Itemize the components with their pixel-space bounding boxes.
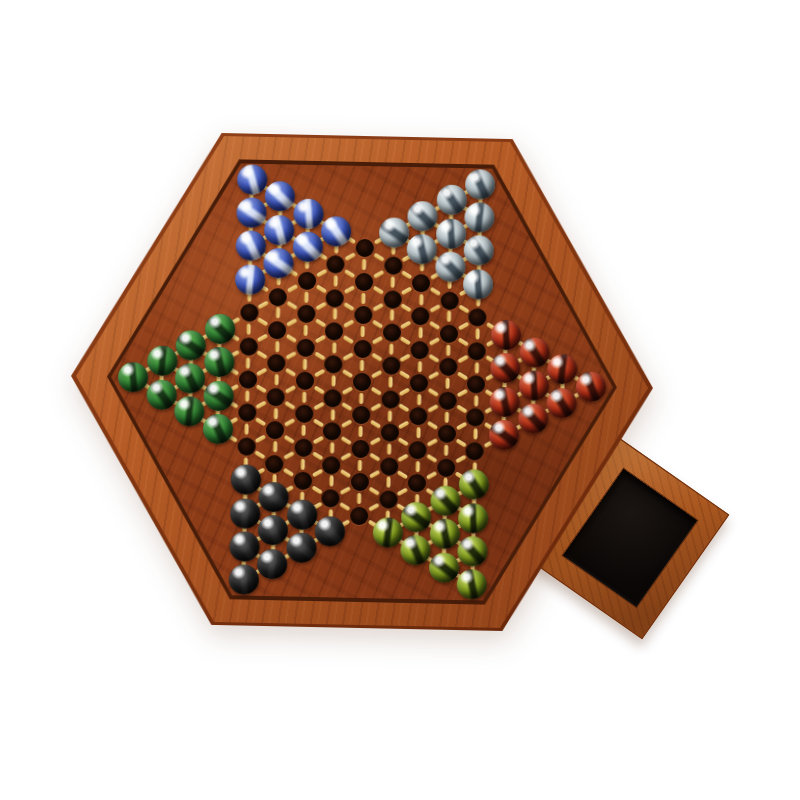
board-hole[interactable] (411, 341, 429, 359)
grid-connector (370, 403, 381, 412)
grid-connector (313, 418, 324, 427)
marble-green[interactable] (203, 414, 234, 445)
grid-connector (369, 453, 380, 462)
marble-green[interactable] (176, 330, 207, 361)
marble-black[interactable] (229, 531, 260, 562)
marble-black[interactable] (228, 565, 259, 596)
grid-connector (332, 342, 336, 353)
marble-yellow-green[interactable] (458, 503, 489, 534)
grid-connector (313, 402, 324, 411)
grid-connector (285, 368, 296, 377)
board-hole[interactable] (383, 290, 401, 308)
grid-connector (305, 292, 309, 303)
board-hole[interactable] (268, 321, 286, 339)
grid-connector (401, 303, 412, 312)
grid-connector (401, 287, 412, 296)
board-hole[interactable] (380, 457, 398, 475)
grid-connector (343, 336, 354, 345)
board-hole[interactable] (267, 354, 285, 372)
grid-connector (473, 429, 477, 440)
grid-connector (401, 270, 412, 279)
star-grid (66, 130, 658, 634)
marble-green[interactable] (203, 380, 234, 411)
board-hole[interactable] (350, 506, 368, 524)
board-hole[interactable] (269, 288, 287, 306)
grid-connector (419, 294, 423, 305)
grid-connector (342, 369, 353, 378)
board-hole[interactable] (410, 374, 428, 392)
board-hole[interactable] (382, 357, 400, 375)
grid-connector (343, 319, 354, 328)
marble-red[interactable] (489, 386, 520, 417)
grid-connector (398, 420, 409, 429)
grid-connector (362, 293, 366, 304)
grid-connector (330, 442, 334, 453)
board-hole[interactable] (468, 342, 486, 360)
grid-connector (416, 461, 420, 472)
marble-grey[interactable] (407, 234, 438, 265)
board-hole[interactable] (324, 389, 342, 407)
marble-black[interactable] (230, 498, 261, 529)
grid-connector (311, 485, 322, 494)
board-hole[interactable] (437, 458, 455, 476)
grid-connector (475, 329, 479, 340)
board-hole[interactable] (296, 372, 314, 390)
grid-connector (399, 404, 410, 413)
board-hole[interactable] (296, 338, 314, 356)
board-hole[interactable] (295, 405, 313, 423)
marble-yellow-green[interactable] (400, 535, 431, 566)
marble-blue[interactable] (234, 264, 265, 295)
grid-connector (458, 321, 469, 330)
grid-connector (360, 360, 364, 371)
marble-green[interactable] (146, 379, 177, 410)
grid-connector (474, 395, 478, 406)
grid-connector (387, 477, 391, 488)
grid-connector (373, 269, 384, 278)
marble-yellow-green[interactable] (429, 519, 460, 550)
grid-connector (369, 470, 380, 479)
grid-connector (417, 394, 421, 405)
grid-connector (429, 304, 440, 313)
grid-connector (333, 309, 337, 320)
grid-connector (427, 438, 438, 447)
grid-connector (345, 252, 356, 261)
marble-yellow-green[interactable] (458, 536, 489, 567)
marble-grey[interactable] (435, 252, 466, 283)
grid-connector (245, 424, 249, 435)
board-hole[interactable] (354, 306, 372, 324)
grid-connector (341, 402, 352, 411)
grid-connector (359, 426, 363, 437)
board-hole[interactable] (408, 474, 426, 492)
product-photo-scene (0, 0, 800, 800)
board-hole[interactable] (409, 407, 427, 425)
grid-connector (302, 425, 306, 436)
board-hole[interactable] (380, 423, 398, 441)
grid-connector (315, 318, 326, 327)
board-hole[interactable] (240, 304, 258, 322)
marble-black[interactable] (258, 482, 289, 513)
board-hole[interactable] (411, 307, 429, 325)
marble-blue[interactable] (237, 164, 268, 195)
grid-connector (430, 287, 441, 296)
grid-connector (429, 321, 440, 330)
board-hole[interactable] (294, 438, 312, 456)
grid-connector (256, 367, 267, 376)
board-hole[interactable] (382, 323, 400, 341)
grid-connector (341, 419, 352, 428)
marble-green[interactable] (147, 346, 178, 377)
marble-black[interactable] (286, 532, 317, 563)
grid-connector (283, 451, 294, 460)
board-hole[interactable] (238, 370, 256, 388)
grid-connector (340, 469, 351, 478)
grid-connector (370, 420, 381, 429)
grid-connector (416, 428, 420, 439)
marble-red[interactable] (575, 371, 606, 402)
grid-connector (316, 268, 327, 277)
grid-connector (389, 377, 393, 388)
marble-blue[interactable] (236, 197, 267, 228)
marble-black[interactable] (287, 499, 318, 530)
marble-yellow-green[interactable] (401, 501, 432, 532)
grid-connector (275, 341, 279, 352)
marble-blue[interactable] (292, 232, 323, 263)
marble-blue[interactable] (293, 199, 324, 230)
marble-grey[interactable] (407, 201, 438, 232)
grid-connector (400, 337, 411, 346)
board-hole[interactable] (237, 437, 255, 455)
marble-red[interactable] (490, 353, 521, 384)
board-hole[interactable] (466, 409, 484, 427)
marble-green[interactable] (175, 363, 206, 394)
grid-connector (314, 368, 325, 377)
grid-connector (329, 476, 333, 487)
grid-connector (313, 385, 324, 394)
grid-connector (342, 386, 353, 395)
board-hole[interactable] (265, 454, 283, 472)
board-hole[interactable] (438, 391, 456, 409)
grid-connector (344, 286, 355, 295)
board-hole[interactable] (351, 473, 369, 491)
board-hole[interactable] (439, 358, 457, 376)
grid-connector (286, 318, 297, 327)
grid-connector (274, 374, 278, 385)
grid-connector (303, 392, 307, 403)
grid-connector (304, 325, 308, 336)
board-hole[interactable] (325, 322, 343, 340)
grid-connector (342, 352, 353, 361)
board-hole[interactable] (467, 375, 485, 393)
board-hole[interactable] (238, 404, 256, 422)
board-hole[interactable] (438, 425, 456, 443)
marble-red[interactable] (547, 354, 578, 385)
grid-connector (312, 435, 323, 444)
grid-connector (455, 438, 466, 447)
board-hole[interactable] (298, 271, 316, 289)
grid-connector (283, 468, 294, 477)
marble-blue[interactable] (263, 248, 294, 279)
grid-connector (455, 422, 466, 431)
grid-connector (373, 253, 384, 262)
grid-connector (331, 409, 335, 420)
grid-connector (398, 454, 409, 463)
board-hole[interactable] (440, 291, 458, 309)
grid-connector (368, 503, 379, 512)
board-hole[interactable] (352, 406, 370, 424)
marble-green[interactable] (118, 362, 149, 393)
grid-connector (331, 376, 335, 387)
grid-connector (426, 471, 437, 480)
grid-connector (315, 302, 326, 311)
grid-connector (400, 320, 411, 329)
marble-blue[interactable] (264, 215, 295, 246)
grid-connector (286, 334, 297, 343)
grid-connector (256, 384, 267, 393)
grid-connector (371, 336, 382, 345)
grid-connector (457, 355, 468, 364)
grid-connector (369, 436, 380, 445)
marble-blue[interactable] (265, 181, 296, 212)
grid-connector (284, 418, 295, 427)
grid-connector (418, 327, 422, 338)
chinese-checkers-board (66, 130, 658, 634)
grid-connector (426, 454, 437, 463)
board-hole[interactable] (294, 472, 312, 490)
board-hole[interactable] (381, 390, 399, 408)
grid-connector (399, 387, 410, 396)
grid-connector (341, 436, 352, 445)
grid-connector (340, 486, 351, 495)
board-hole[interactable] (326, 289, 344, 307)
grid-connector (255, 451, 266, 460)
grid-connector (246, 357, 250, 368)
grid-connector (247, 324, 251, 335)
grid-connector (314, 352, 325, 361)
grid-connector (287, 284, 298, 293)
grid-connector (284, 401, 295, 410)
grid-connector (458, 305, 469, 314)
grid-connector (273, 441, 277, 452)
grid-connector (399, 370, 410, 379)
grid-connector (447, 311, 451, 322)
marble-black[interactable] (257, 549, 288, 580)
grid-connector (314, 335, 325, 344)
marble-yellow-green[interactable] (430, 485, 461, 516)
grid-connector (258, 300, 269, 309)
board-hole[interactable] (267, 388, 285, 406)
board-hole[interactable] (322, 456, 340, 474)
marble-red[interactable] (489, 420, 520, 451)
grid-connector (257, 317, 268, 326)
grid-connector (447, 345, 451, 356)
grid-connector (344, 269, 355, 278)
board-hole[interactable] (409, 441, 427, 459)
marble-yellow-green[interactable] (457, 569, 488, 600)
marble-grey[interactable] (436, 218, 467, 249)
grid-connector (301, 459, 305, 470)
board-hole[interactable] (323, 422, 341, 440)
grid-connector (255, 434, 266, 443)
marble-green[interactable] (174, 396, 205, 427)
marble-grey[interactable] (378, 217, 409, 248)
board-hole[interactable] (266, 421, 284, 439)
board-hole[interactable] (297, 305, 315, 323)
grid-connector (340, 453, 351, 462)
marble-red[interactable] (518, 404, 549, 435)
grid-connector (285, 385, 296, 394)
marble-grey[interactable] (465, 202, 496, 233)
grid-connector (358, 493, 362, 504)
board-hole[interactable] (355, 273, 373, 291)
grid-connector (446, 378, 450, 389)
grid-connector (363, 259, 367, 270)
grid-connector (475, 362, 479, 373)
grid-connector (274, 408, 278, 419)
grid-connector (390, 310, 394, 321)
grid-connector (429, 337, 440, 346)
marble-blue[interactable] (235, 231, 266, 262)
marble-green[interactable] (205, 314, 236, 345)
board-hole[interactable] (354, 339, 372, 357)
grid-connector (334, 275, 338, 286)
grid-connector (361, 326, 365, 337)
board-hole[interactable] (353, 373, 371, 391)
marble-yellow-green[interactable] (429, 552, 460, 583)
grid-connector (398, 437, 409, 446)
grid-connector (256, 401, 267, 410)
grid-connector (457, 371, 468, 380)
grid-connector (315, 285, 326, 294)
marble-red[interactable] (518, 370, 549, 401)
grid-connector (358, 460, 362, 471)
grid-connector (344, 302, 355, 311)
grid-connector (388, 410, 392, 421)
board-hole[interactable] (440, 325, 458, 343)
board-hole[interactable] (239, 337, 257, 355)
grid-connector (445, 411, 449, 422)
board-hole[interactable] (327, 255, 345, 273)
grid-connector (428, 387, 439, 396)
marble-grey[interactable] (436, 185, 467, 216)
grid-connector (276, 308, 280, 319)
marble-red[interactable] (519, 337, 550, 368)
grid-connector (428, 371, 439, 380)
marble-yellow-green[interactable] (459, 469, 490, 500)
grid-connector (303, 358, 307, 369)
grid-connector (257, 334, 268, 343)
grid-connector (391, 277, 395, 288)
grid-connector (418, 361, 422, 372)
grid-connector (427, 421, 438, 430)
grid-connector (387, 444, 391, 455)
grid-connector (455, 455, 466, 464)
grid-connector (286, 301, 297, 310)
grid-connector (427, 404, 438, 413)
board-hole[interactable] (325, 356, 343, 374)
grid-connector (370, 386, 381, 395)
board-hole[interactable] (466, 442, 484, 460)
grid-connector (428, 354, 439, 363)
marble-black[interactable] (258, 515, 289, 546)
grid-connector (371, 353, 382, 362)
grid-connector (312, 452, 323, 461)
grid-connector (397, 470, 408, 479)
grid-connector (373, 286, 384, 295)
marble-green[interactable] (204, 347, 235, 378)
grid-connector (285, 351, 296, 360)
board-hole[interactable] (322, 489, 340, 507)
grid-connector (360, 393, 364, 404)
board-hole[interactable] (384, 257, 402, 275)
marble-blue[interactable] (321, 216, 352, 247)
marble-grey[interactable] (464, 236, 495, 267)
grid-connector (339, 502, 350, 511)
grid-connector (245, 391, 249, 402)
grid-connector (257, 350, 268, 359)
marble-grey[interactable] (465, 169, 496, 200)
grid-connector (311, 469, 322, 478)
grid-connector (284, 434, 295, 443)
grid-connector (389, 343, 393, 354)
grid-connector (457, 338, 468, 347)
grid-connector (372, 303, 383, 312)
marble-black[interactable] (230, 464, 261, 495)
grid-connector (400, 354, 411, 363)
marble-black[interactable] (315, 516, 346, 547)
grid-connector (372, 319, 383, 328)
board-hole[interactable] (351, 440, 369, 458)
grid-connector (444, 445, 448, 456)
board-hole[interactable] (356, 239, 374, 257)
marble-red[interactable] (491, 320, 522, 351)
grid-connector (371, 370, 382, 379)
marble-grey[interactable] (463, 269, 494, 300)
board-hole[interactable] (469, 308, 487, 326)
grid-connector (368, 486, 379, 495)
grid-connector (456, 388, 467, 397)
grid-connector (255, 417, 266, 426)
grid-connector (397, 487, 408, 496)
board-hole[interactable] (379, 490, 397, 508)
marble-yellow-green[interactable] (372, 518, 403, 549)
board-hole[interactable] (412, 274, 430, 292)
grid-connector (456, 405, 467, 414)
marble-red[interactable] (546, 388, 577, 419)
